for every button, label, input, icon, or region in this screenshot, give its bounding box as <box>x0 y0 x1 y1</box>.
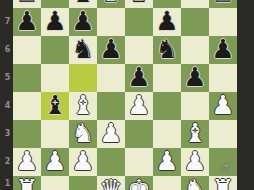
square-g6[interactable] <box>181 36 209 64</box>
piece-white-bishop[interactable]: ♝ <box>183 119 206 147</box>
square-a2[interactable]: ♟ <box>13 148 41 176</box>
piece-black-knight[interactable]: ♞ <box>155 35 178 63</box>
piece-white-knight[interactable]: ♞ <box>71 119 94 147</box>
square-h5[interactable] <box>209 64 237 92</box>
rank-label-1: 1 <box>3 180 12 188</box>
rank-label-4: 4 <box>3 102 12 110</box>
square-e6[interactable] <box>125 36 153 64</box>
square-b2[interactable]: ♟ <box>41 148 69 176</box>
piece-black-rook[interactable]: ♜ <box>211 0 234 7</box>
piece-black-pawn[interactable]: ♟ <box>71 7 94 35</box>
piece-white-rook[interactable]: ♜ <box>211 175 234 190</box>
square-c5[interactable] <box>69 64 97 92</box>
square-c4[interactable]: ♝ <box>69 92 97 120</box>
piece-white-pawn[interactable]: ♟ <box>71 147 94 175</box>
square-d8[interactable]: ♛ <box>97 0 125 8</box>
rank-label-5: 5 <box>3 74 12 82</box>
piece-white-king[interactable]: ♚ <box>127 175 150 190</box>
square-d5[interactable] <box>97 64 125 92</box>
square-d1[interactable]: ♛ <box>97 176 125 190</box>
rank-label-2: 2 <box>3 158 12 166</box>
square-e7[interactable] <box>125 8 153 36</box>
square-g3[interactable]: ♝ <box>181 120 209 148</box>
square-g8[interactable] <box>181 0 209 8</box>
square-f4[interactable] <box>153 92 181 120</box>
square-a7[interactable]: ♟ <box>13 8 41 36</box>
rank-label-7: 7 <box>3 18 12 26</box>
piece-black-pawn[interactable]: ♟ <box>211 35 234 63</box>
piece-black-king[interactable]: ♚ <box>127 0 150 7</box>
chess-board[interactable]: ♜♝♛♚♜♟♟♟♟♞♟♞♟♟♟♝♝♟♟♞♟♝♟♟♟♟♟♜♛♚♞♜ <box>13 0 237 190</box>
chess-app-window: ♜♝♛♚♜♟♟♟♟♞♟♞♟♟♟♝♝♟♟♞♟♝♟♟♟♟♟♜♛♚♞♜ 7654321… <box>0 0 254 190</box>
square-f3[interactable] <box>153 120 181 148</box>
square-f1[interactable] <box>153 176 181 190</box>
square-f5[interactable] <box>153 64 181 92</box>
square-f2[interactable]: ♟ <box>153 148 181 176</box>
piece-white-pawn[interactable]: ♟ <box>99 119 122 147</box>
piece-white-queen[interactable]: ♛ <box>99 175 122 190</box>
piece-black-pawn[interactable]: ♟ <box>155 7 178 35</box>
square-g7[interactable] <box>181 8 209 36</box>
square-e2[interactable] <box>125 148 153 176</box>
square-d4[interactable] <box>97 92 125 120</box>
square-f6[interactable]: ♞ <box>153 36 181 64</box>
piece-white-pawn[interactable]: ♟ <box>155 147 178 175</box>
square-d2[interactable] <box>97 148 125 176</box>
rank-label-6: 6 <box>3 46 12 54</box>
square-c7[interactable]: ♟ <box>69 8 97 36</box>
piece-white-pawn[interactable]: ♟ <box>43 147 66 175</box>
square-g4[interactable] <box>181 92 209 120</box>
square-c1[interactable] <box>69 176 97 190</box>
square-b6[interactable] <box>41 36 69 64</box>
square-h6[interactable]: ♟ <box>209 36 237 64</box>
piece-white-pawn[interactable]: ♟ <box>127 91 150 119</box>
piece-white-pawn[interactable]: ♟ <box>211 91 234 119</box>
piece-black-pawn[interactable]: ♟ <box>183 63 206 91</box>
square-b4[interactable]: ♝ <box>41 92 69 120</box>
piece-white-bishop[interactable]: ♝ <box>71 91 94 119</box>
square-a4[interactable] <box>13 92 41 120</box>
square-f7[interactable]: ♟ <box>153 8 181 36</box>
square-e8[interactable]: ♚ <box>125 0 153 8</box>
square-e4[interactable]: ♟ <box>125 92 153 120</box>
square-e5[interactable]: ♟ <box>125 64 153 92</box>
piece-white-pawn[interactable]: ♟ <box>15 147 38 175</box>
piece-white-rook[interactable]: ♜ <box>15 175 38 190</box>
square-a5[interactable] <box>13 64 41 92</box>
square-a1[interactable]: ♜ <box>13 176 41 190</box>
square-b5[interactable] <box>41 64 69 92</box>
piece-black-pawn[interactable]: ♟ <box>99 35 122 63</box>
piece-black-pawn[interactable]: ♟ <box>15 7 38 35</box>
square-a3[interactable] <box>13 120 41 148</box>
square-g1[interactable]: ♞ <box>181 176 209 190</box>
square-h1[interactable]: ♜ <box>209 176 237 190</box>
square-d6[interactable]: ♟ <box>97 36 125 64</box>
square-b1[interactable] <box>41 176 69 190</box>
piece-black-knight[interactable]: ♞ <box>71 35 94 63</box>
square-a6[interactable] <box>13 36 41 64</box>
piece-white-pawn[interactable]: ♟ <box>183 147 206 175</box>
square-h7[interactable] <box>209 8 237 36</box>
square-h3[interactable] <box>209 120 237 148</box>
square-h8[interactable]: ♜ <box>209 0 237 8</box>
square-d7[interactable] <box>97 8 125 36</box>
square-e3[interactable] <box>125 120 153 148</box>
square-g2[interactable]: ♟ <box>181 148 209 176</box>
square-d3[interactable]: ♟ <box>97 120 125 148</box>
square-h2[interactable] <box>209 148 237 176</box>
piece-white-knight[interactable]: ♞ <box>183 175 206 190</box>
square-g5[interactable]: ♟ <box>181 64 209 92</box>
square-c6[interactable]: ♞ <box>69 36 97 64</box>
rank-label-3: 3 <box>3 130 12 138</box>
square-c2[interactable]: ♟ <box>69 148 97 176</box>
square-c3[interactable]: ♞ <box>69 120 97 148</box>
piece-black-queen[interactable]: ♛ <box>99 0 122 7</box>
piece-black-bishop[interactable]: ♝ <box>43 91 66 119</box>
square-h4[interactable]: ♟ <box>209 92 237 120</box>
piece-black-pawn[interactable]: ♟ <box>43 7 66 35</box>
square-e1[interactable]: ♚ <box>125 176 153 190</box>
piece-black-pawn[interactable]: ♟ <box>127 63 150 91</box>
square-b7[interactable]: ♟ <box>41 8 69 36</box>
square-b3[interactable] <box>41 120 69 148</box>
